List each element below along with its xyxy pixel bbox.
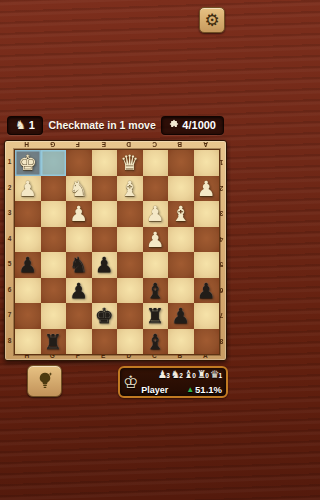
- square-b7[interactable]: ♟: [168, 303, 194, 329]
- square-d1[interactable]: ♛: [117, 150, 143, 176]
- square-c1[interactable]: [143, 150, 169, 176]
- file-label: A: [193, 141, 219, 149]
- captured-rook: ♜0: [197, 369, 209, 380]
- square-g6[interactable]: [41, 278, 67, 304]
- black-pawn-e5[interactable]: ♟: [92, 252, 118, 278]
- up-arrow-icon: ▲: [186, 386, 194, 394]
- gear-icon: ⚙: [204, 12, 219, 29]
- file-label: E: [91, 141, 117, 149]
- square-f6[interactable]: ♟: [66, 278, 92, 304]
- square-e4[interactable]: [92, 227, 118, 253]
- white-knight-f2[interactable]: ♞: [66, 176, 92, 202]
- square-f2[interactable]: ♞: [66, 176, 92, 202]
- square-h5[interactable]: ♟: [15, 252, 41, 278]
- puzzle-counter-badge: 4/1000: [161, 116, 224, 135]
- square-c2[interactable]: [143, 176, 169, 202]
- rank-labels-left: 12345678: [5, 149, 14, 353]
- rank-label: 8: [5, 328, 14, 354]
- square-c4[interactable]: ♟: [143, 227, 169, 253]
- captured-knight: ♞2: [171, 369, 183, 380]
- captured-pieces-row: ♟3♞2♝0♜0♛1: [141, 369, 222, 380]
- square-a4[interactable]: [194, 227, 220, 253]
- board-grid: ♚♛♟♞♝♟♟♟♝♟♟♞♟♟♝♟♚♜♟♜♝: [14, 149, 220, 355]
- square-c3[interactable]: ♟: [143, 201, 169, 227]
- black-rook-g8[interactable]: ♜: [41, 329, 67, 355]
- square-a6[interactable]: ♟: [194, 278, 220, 304]
- black-pawn-h5[interactable]: ♟: [15, 252, 41, 278]
- square-h1[interactable]: ♚: [15, 150, 41, 176]
- square-e5[interactable]: ♟: [92, 252, 118, 278]
- square-e6[interactable]: [92, 278, 118, 304]
- chess-board: HGFEDCBA HGFEDCBA 12345678 12345678 ♚♛♟♞…: [4, 140, 227, 361]
- player-panel-content: ♟3♞2♝0♜0♛1 Player ▲ 51.1%: [141, 369, 222, 395]
- square-a8[interactable]: [194, 329, 220, 355]
- file-labels-top: HGFEDCBA: [14, 141, 218, 149]
- square-f7[interactable]: [66, 303, 92, 329]
- rank-label: 1: [5, 149, 14, 175]
- puzzle-piece-icon: [169, 119, 179, 131]
- square-h6[interactable]: [15, 278, 41, 304]
- square-f4[interactable]: [66, 227, 92, 253]
- captured-pawn-count: 3: [166, 373, 170, 380]
- captured-queen-count: 1: [218, 373, 222, 380]
- white-pawn-c4[interactable]: ♟: [143, 227, 169, 253]
- square-a1[interactable]: [194, 150, 220, 176]
- square-g2[interactable]: [41, 176, 67, 202]
- win-rate: 51.1%: [195, 384, 222, 395]
- square-d5[interactable]: [117, 252, 143, 278]
- square-e3[interactable]: [92, 201, 118, 227]
- puzzle-title: Checkmate in 1 move: [43, 119, 161, 131]
- square-f8[interactable]: [66, 329, 92, 355]
- square-g5[interactable]: [41, 252, 67, 278]
- square-c7[interactable]: ♜: [143, 303, 169, 329]
- rank-label: 7: [5, 302, 14, 328]
- file-label: D: [116, 141, 142, 149]
- square-c8[interactable]: ♝: [143, 329, 169, 355]
- black-rook-c7[interactable]: ♜: [143, 303, 169, 329]
- square-f3[interactable]: ♟: [66, 201, 92, 227]
- status-bar: ♞ 1 Checkmate in 1 move 4/1000: [0, 114, 231, 136]
- file-label: C: [142, 141, 168, 149]
- square-d2[interactable]: ♝: [117, 176, 143, 202]
- black-pawn-a6[interactable]: ♟: [194, 278, 220, 304]
- captured-bishop-count: 0: [192, 373, 196, 380]
- white-king-icon: ♔: [123, 374, 138, 391]
- white-queen-d1[interactable]: ♛: [117, 150, 143, 176]
- file-label: B: [167, 141, 193, 149]
- square-d3[interactable]: [117, 201, 143, 227]
- square-g3[interactable]: [41, 201, 67, 227]
- hint-button[interactable]: [27, 365, 62, 397]
- square-b6[interactable]: [168, 278, 194, 304]
- captured-bishop: ♝0: [184, 369, 196, 380]
- square-b8[interactable]: [168, 329, 194, 355]
- knight-icon: ♞: [15, 119, 26, 131]
- white-pawn-h2[interactable]: ♟: [15, 176, 41, 202]
- square-g1[interactable]: [41, 150, 67, 176]
- square-e8[interactable]: [92, 329, 118, 355]
- rank-label: 3: [5, 200, 14, 226]
- black-king-e7[interactable]: ♚: [92, 303, 118, 329]
- square-f1[interactable]: [66, 150, 92, 176]
- square-h2[interactable]: ♟: [15, 176, 41, 202]
- settings-button[interactable]: ⚙: [199, 7, 225, 33]
- white-king-h1[interactable]: ♚: [15, 150, 41, 176]
- square-a5[interactable]: [194, 252, 220, 278]
- square-h4[interactable]: [15, 227, 41, 253]
- level-badge: ♞ 1: [7, 116, 43, 135]
- square-b2[interactable]: [168, 176, 194, 202]
- square-e7[interactable]: ♚: [92, 303, 118, 329]
- square-e1[interactable]: [92, 150, 118, 176]
- square-c5[interactable]: [143, 252, 169, 278]
- black-bishop-c6[interactable]: ♝: [143, 278, 169, 304]
- white-pawn-c3[interactable]: ♟: [143, 201, 169, 227]
- file-label: H: [14, 141, 40, 149]
- square-b4[interactable]: [168, 227, 194, 253]
- captured-queen: ♛1: [210, 369, 222, 380]
- square-d6[interactable]: [117, 278, 143, 304]
- square-a2[interactable]: ♟: [194, 176, 220, 202]
- file-label: G: [40, 141, 66, 149]
- square-d7[interactable]: [117, 303, 143, 329]
- square-h8[interactable]: [15, 329, 41, 355]
- rank-label: 2: [5, 175, 14, 201]
- captured-pawn: ♟3: [158, 369, 170, 380]
- square-b3[interactable]: ♝: [168, 201, 194, 227]
- rank-label: 5: [5, 251, 14, 277]
- square-d8[interactable]: [117, 329, 143, 355]
- puzzle-counter-value: 4/1000: [182, 119, 216, 131]
- white-bishop-d2[interactable]: ♝: [117, 176, 143, 202]
- player-panel: ♔ ♟3♞2♝0♜0♛1 Player ▲ 51.1%: [118, 366, 228, 398]
- level-value: 1: [29, 119, 35, 131]
- square-a7[interactable]: [194, 303, 220, 329]
- black-knight-f5[interactable]: ♞: [66, 252, 92, 278]
- square-g8[interactable]: ♜: [41, 329, 67, 355]
- rank-label: 4: [5, 226, 14, 252]
- square-h3[interactable]: [15, 201, 41, 227]
- player-name: Player: [141, 385, 168, 395]
- square-c6[interactable]: ♝: [143, 278, 169, 304]
- white-pawn-f3[interactable]: ♟: [66, 201, 92, 227]
- player-panel-bottom: Player ▲ 51.1%: [141, 384, 222, 395]
- square-a3[interactable]: [194, 201, 220, 227]
- file-label: F: [65, 141, 91, 149]
- square-d4[interactable]: [117, 227, 143, 253]
- square-b1[interactable]: [168, 150, 194, 176]
- rank-label: 6: [5, 277, 14, 303]
- black-pawn-b7[interactable]: ♟: [168, 303, 194, 329]
- square-f5[interactable]: ♞: [66, 252, 92, 278]
- white-pawn-a2[interactable]: ♟: [194, 176, 220, 202]
- black-bishop-c8[interactable]: ♝: [143, 329, 169, 355]
- black-pawn-f6[interactable]: ♟: [66, 278, 92, 304]
- square-e2[interactable]: [92, 176, 118, 202]
- light-bulb-icon: [35, 370, 55, 392]
- white-bishop-b3[interactable]: ♝: [168, 201, 194, 227]
- square-b5[interactable]: [168, 252, 194, 278]
- square-g7[interactable]: [41, 303, 67, 329]
- captured-rook-count: 0: [205, 373, 209, 380]
- square-h7[interactable]: [15, 303, 41, 329]
- square-g4[interactable]: [41, 227, 67, 253]
- captured-knight-count: 2: [179, 373, 183, 380]
